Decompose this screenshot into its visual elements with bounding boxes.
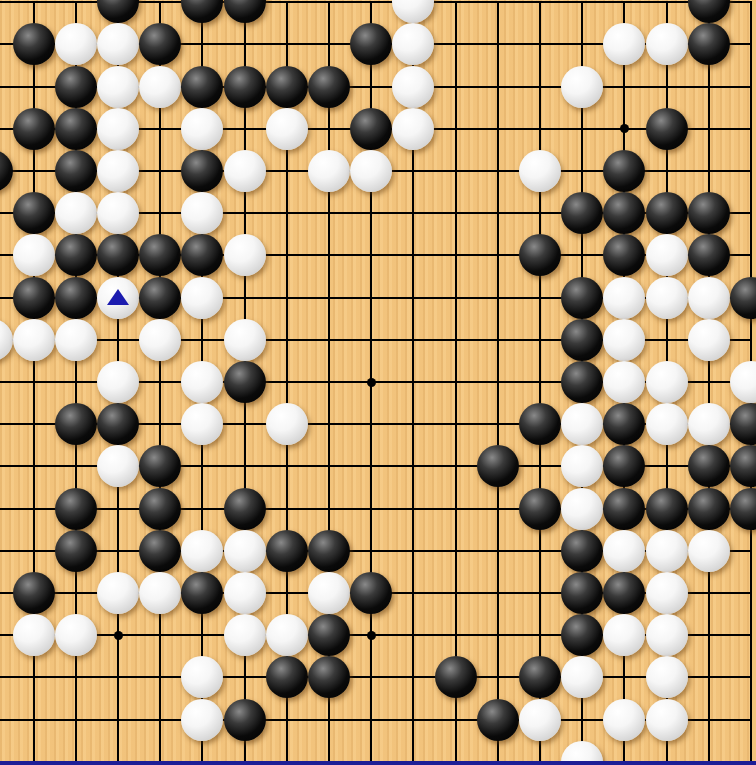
white-stone [181, 699, 223, 741]
black-stone [688, 234, 730, 276]
white-stone [646, 361, 688, 403]
white-stone [0, 319, 13, 361]
black-stone [646, 488, 688, 530]
white-stone [392, 0, 434, 23]
black-stone [55, 150, 97, 192]
black-stone [13, 277, 55, 319]
black-stone [55, 66, 97, 108]
black-stone [603, 150, 645, 192]
white-stone [646, 699, 688, 741]
black-stone [55, 488, 97, 530]
black-stone [139, 530, 181, 572]
white-stone [561, 488, 603, 530]
white-stone [603, 319, 645, 361]
grid-line-horizontal [0, 676, 752, 678]
white-stone [13, 614, 55, 656]
black-stone [519, 234, 561, 276]
white-stone [603, 23, 645, 65]
black-stone [181, 234, 223, 276]
white-stone [55, 23, 97, 65]
white-stone [139, 319, 181, 361]
white-stone [97, 108, 139, 150]
white-stone [688, 403, 730, 445]
white-stone [224, 572, 266, 614]
white-stone [646, 23, 688, 65]
black-stone [519, 656, 561, 698]
white-stone [181, 108, 223, 150]
white-stone [561, 403, 603, 445]
black-stone [55, 108, 97, 150]
black-stone [603, 488, 645, 530]
white-stone [55, 192, 97, 234]
black-stone [55, 277, 97, 319]
white-stone [97, 23, 139, 65]
black-stone [181, 66, 223, 108]
black-stone [561, 277, 603, 319]
white-stone [139, 572, 181, 614]
star-point [114, 631, 123, 640]
black-stone [224, 488, 266, 530]
white-stone [97, 150, 139, 192]
black-stone [139, 277, 181, 319]
white-stone [181, 192, 223, 234]
white-stone [519, 150, 561, 192]
white-stone [181, 361, 223, 403]
white-stone [224, 530, 266, 572]
black-stone [139, 445, 181, 487]
white-stone [688, 277, 730, 319]
black-stone [97, 234, 139, 276]
black-stone [224, 699, 266, 741]
white-stone [55, 319, 97, 361]
black-stone [97, 403, 139, 445]
white-stone [603, 530, 645, 572]
black-stone [13, 192, 55, 234]
black-stone [139, 234, 181, 276]
white-stone [266, 403, 308, 445]
white-stone [688, 530, 730, 572]
black-stone [603, 572, 645, 614]
white-stone [266, 108, 308, 150]
white-stone [181, 656, 223, 698]
white-stone [603, 699, 645, 741]
white-stone [646, 403, 688, 445]
black-stone [561, 192, 603, 234]
black-stone [561, 572, 603, 614]
black-stone [603, 445, 645, 487]
black-stone [97, 0, 139, 23]
black-stone [561, 361, 603, 403]
black-stone [730, 488, 756, 530]
black-stone [266, 530, 308, 572]
black-stone [561, 319, 603, 361]
white-stone [519, 699, 561, 741]
white-stone [97, 445, 139, 487]
bottom-edge-band [0, 761, 756, 765]
white-stone [97, 66, 139, 108]
white-stone [392, 66, 434, 108]
black-stone [646, 108, 688, 150]
white-stone [224, 319, 266, 361]
black-stone [730, 277, 756, 319]
black-stone [224, 0, 266, 23]
star-point [620, 124, 629, 133]
white-stone [603, 361, 645, 403]
white-stone [266, 614, 308, 656]
white-stone [97, 572, 139, 614]
white-stone [308, 572, 350, 614]
grid-line-vertical [455, 1, 457, 763]
white-stone [603, 614, 645, 656]
black-stone [55, 234, 97, 276]
black-stone [519, 488, 561, 530]
white-stone [181, 277, 223, 319]
grid-line-vertical [497, 1, 499, 763]
white-stone [646, 572, 688, 614]
white-stone [392, 108, 434, 150]
black-stone [266, 66, 308, 108]
grid-line-vertical [539, 1, 541, 763]
white-stone [646, 614, 688, 656]
black-stone [688, 23, 730, 65]
black-stone [139, 488, 181, 530]
white-stone [224, 614, 266, 656]
last-move-triangle-marker [107, 289, 129, 305]
white-stone [688, 319, 730, 361]
black-stone [308, 530, 350, 572]
black-stone [688, 488, 730, 530]
black-stone [13, 23, 55, 65]
black-stone [730, 403, 756, 445]
black-stone [730, 445, 756, 487]
white-stone [224, 150, 266, 192]
white-stone [181, 403, 223, 445]
white-stone [350, 150, 392, 192]
black-stone [308, 614, 350, 656]
white-stone [561, 656, 603, 698]
black-stone [519, 403, 561, 445]
white-stone [730, 361, 756, 403]
black-stone [603, 192, 645, 234]
white-stone [139, 66, 181, 108]
white-stone [561, 66, 603, 108]
star-point [367, 378, 376, 387]
black-stone [477, 445, 519, 487]
white-stone [55, 614, 97, 656]
black-stone [350, 572, 392, 614]
go-board[interactable] [0, 0, 756, 765]
black-stone [224, 361, 266, 403]
black-stone [0, 150, 13, 192]
white-stone [646, 234, 688, 276]
white-stone [392, 23, 434, 65]
white-stone [224, 234, 266, 276]
black-stone [13, 572, 55, 614]
black-stone [688, 192, 730, 234]
black-stone [350, 23, 392, 65]
black-stone [688, 0, 730, 23]
white-stone [561, 445, 603, 487]
black-stone [181, 0, 223, 23]
white-stone [13, 319, 55, 361]
black-stone [139, 23, 181, 65]
white-stone [646, 656, 688, 698]
black-stone [13, 108, 55, 150]
star-point [367, 631, 376, 640]
black-stone [477, 699, 519, 741]
black-stone [350, 108, 392, 150]
black-stone [561, 530, 603, 572]
white-stone [97, 192, 139, 234]
white-stone [97, 361, 139, 403]
black-stone [55, 530, 97, 572]
black-stone [435, 656, 477, 698]
black-stone [181, 572, 223, 614]
black-stone [266, 656, 308, 698]
white-stone [646, 277, 688, 319]
black-stone [55, 403, 97, 445]
black-stone [646, 192, 688, 234]
black-stone [308, 66, 350, 108]
black-stone [181, 150, 223, 192]
black-stone [224, 66, 266, 108]
black-stone [308, 656, 350, 698]
black-stone [688, 445, 730, 487]
white-stone [603, 277, 645, 319]
black-stone [603, 403, 645, 445]
white-stone [646, 530, 688, 572]
white-stone [308, 150, 350, 192]
black-stone [603, 234, 645, 276]
white-stone [13, 234, 55, 276]
grid-line-vertical [708, 1, 710, 763]
white-stone [181, 530, 223, 572]
black-stone [561, 614, 603, 656]
